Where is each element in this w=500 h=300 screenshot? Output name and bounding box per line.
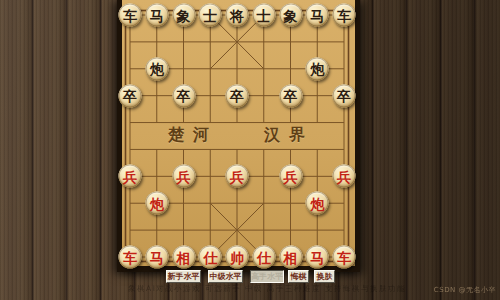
piece-p[interactable]: 卒 [333, 84, 356, 107]
piece-a[interactable]: 士 [199, 4, 222, 27]
piece-p[interactable]: 卒 [172, 84, 195, 107]
piece-k[interactable]: 将 [226, 4, 249, 27]
piece-p[interactable]: 卒 [119, 84, 142, 107]
piece-K[interactable]: 帅 [226, 246, 249, 269]
piece-b[interactable]: 象 [172, 4, 195, 27]
button-level-0[interactable]: 新手水平 [166, 270, 201, 283]
piece-C[interactable]: 炮 [145, 192, 168, 215]
xiangqi-board[interactable]: 楚河 汉界 车马象士将士象马车炮炮卒卒卒卒卒兵兵兵兵兵炮炮车马相仕帅仕相马车 [117, 0, 360, 272]
button-undo-move[interactable]: 悔棋 [288, 270, 309, 283]
caption-text: 象棋AI对战小游戏 可选新手 中级 高手三种难度 支持悔棋与换肤功能 [128, 284, 433, 294]
piece-C[interactable]: 炮 [306, 192, 329, 215]
piece-R[interactable]: 车 [119, 246, 142, 269]
river-label-right: 汉界 [264, 123, 314, 147]
watermark: CSDN @无名小卒 [434, 285, 496, 295]
piece-r[interactable]: 车 [333, 4, 356, 27]
piece-n[interactable]: 马 [306, 4, 329, 27]
piece-B[interactable]: 相 [279, 246, 302, 269]
piece-c[interactable]: 炮 [306, 57, 329, 80]
button-level-2: 高手水平 [250, 270, 284, 283]
piece-N[interactable]: 马 [145, 246, 168, 269]
piece-P[interactable]: 兵 [333, 165, 356, 188]
button-level-1[interactable]: 中级水平 [208, 270, 243, 283]
piece-p[interactable]: 卒 [279, 84, 302, 107]
piece-P[interactable]: 兵 [172, 165, 195, 188]
piece-p[interactable]: 卒 [226, 84, 249, 107]
piece-b[interactable]: 象 [279, 4, 302, 27]
river-label-left: 楚河 [168, 123, 218, 147]
piece-n[interactable]: 马 [145, 4, 168, 27]
piece-P[interactable]: 兵 [119, 165, 142, 188]
piece-P[interactable]: 兵 [226, 165, 249, 188]
piece-R[interactable]: 车 [333, 246, 356, 269]
board-grid [122, 0, 355, 266]
piece-N[interactable]: 马 [306, 246, 329, 269]
piece-A[interactable]: 仕 [252, 246, 275, 269]
piece-c[interactable]: 炮 [145, 57, 168, 80]
piece-r[interactable]: 车 [119, 4, 142, 27]
piece-A[interactable]: 仕 [199, 246, 222, 269]
piece-a[interactable]: 士 [252, 4, 275, 27]
button-change-skin[interactable]: 换肤 [314, 270, 335, 283]
piece-P[interactable]: 兵 [279, 165, 302, 188]
piece-B[interactable]: 相 [172, 246, 195, 269]
